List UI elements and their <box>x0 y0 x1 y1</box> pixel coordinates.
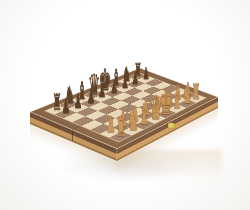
pieces-reflection-haze <box>118 150 222 180</box>
piece-black-pawn: ♟ <box>74 92 83 112</box>
piece-white-knight: ♞ <box>127 107 139 135</box>
hinge-gap <box>72 131 74 141</box>
piece-white-knight: ♞ <box>182 84 192 108</box>
piece-white-bishop: ♝ <box>138 100 150 129</box>
piece-black-pawn: ♟ <box>61 96 70 116</box>
piece-white-rook: ♜ <box>115 114 126 141</box>
brass-clasp <box>168 123 175 128</box>
piece-white-queen: ♛ <box>148 91 162 124</box>
piece-white-rook: ♜ <box>192 81 201 102</box>
piece-black-pawn: ♟ <box>121 74 128 91</box>
piece-black-pawn: ♟ <box>132 70 139 87</box>
piece-black-pawn: ♟ <box>110 78 118 96</box>
piece-black-pawn: ♟ <box>98 82 106 101</box>
scene: ♜♞♝♛♚♝♞♜♟♟♟♟♟♟♟♟♟♟♟♟♟♟♟♟♜♞♝♛♚♝♞♜ <box>0 0 250 210</box>
piece-black-pawn: ♟ <box>86 87 94 106</box>
piece-black-pawn: ♟ <box>142 66 149 82</box>
piece-black-rook: ♜ <box>52 91 62 114</box>
